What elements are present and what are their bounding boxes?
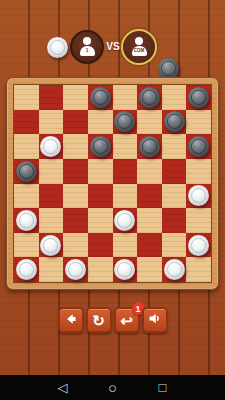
dark-checker[interactable] [90,136,111,157]
square-r4c0 [14,184,39,209]
square-r5c0[interactable] [14,208,39,233]
dark-checker[interactable] [139,136,160,157]
square-r1c4[interactable] [113,110,138,135]
square-r7c2[interactable] [63,257,88,282]
square-r2c7[interactable] [186,134,211,159]
square-r0c1[interactable] [39,85,64,110]
white-checker[interactable] [40,136,61,157]
square-r5c2[interactable] [63,208,88,233]
square-r3c4[interactable] [113,159,138,184]
square-r0c4 [113,85,138,110]
nav-recents-icon[interactable]: □ [157,381,169,394]
square-r6c5[interactable] [137,233,162,258]
square-r4c4 [113,184,138,209]
square-r3c7 [186,159,211,184]
restart-button[interactable]: ↻ [86,307,112,333]
person-icon: COM [131,37,147,57]
white-checker[interactable] [188,235,209,256]
square-r6c1[interactable] [39,233,64,258]
square-r5c4[interactable] [113,208,138,233]
square-r2c4 [113,134,138,159]
white-checker[interactable] [40,235,61,256]
player-right-avatar[interactable]: COM [121,29,157,65]
square-r4c2 [63,184,88,209]
square-r2c3[interactable] [88,134,113,159]
square-r0c6 [162,85,187,110]
square-r5c5 [137,208,162,233]
square-r6c4 [113,233,138,258]
dark-checker[interactable] [90,87,111,108]
dark-piece-indicator [158,58,179,79]
square-r4c7[interactable] [186,184,211,209]
square-r7c1 [39,257,64,282]
restart-icon: ↻ [92,313,105,328]
square-r6c0 [14,233,39,258]
nav-back-icon[interactable]: ◁ [57,381,69,394]
square-r2c0 [14,134,39,159]
square-r2c6 [162,134,187,159]
square-r7c7 [186,257,211,282]
square-r5c3 [88,208,113,233]
square-r6c3[interactable] [88,233,113,258]
back-arrow-icon [64,312,78,329]
board-grid [13,84,212,283]
square-r6c6 [162,233,187,258]
square-r5c6[interactable] [162,208,187,233]
square-r0c3[interactable] [88,85,113,110]
square-r1c1 [39,110,64,135]
square-r6c7[interactable] [186,233,211,258]
square-r3c2[interactable] [63,159,88,184]
person-icon: 1 [79,37,95,57]
checkers-board [6,77,219,290]
square-r1c3 [88,110,113,135]
square-r1c2[interactable] [63,110,88,135]
square-r2c1[interactable] [39,134,64,159]
square-r7c6[interactable] [162,257,187,282]
back-button[interactable] [58,307,84,333]
dark-checker[interactable] [139,87,160,108]
square-r0c2 [63,85,88,110]
square-r3c1 [39,159,64,184]
game-toolbar: ↻ ↩ 1 [0,307,225,333]
white-checker[interactable] [188,185,209,206]
square-r3c3 [88,159,113,184]
dark-checker[interactable] [164,111,185,132]
square-r7c5 [137,257,162,282]
white-checker[interactable] [164,259,185,280]
square-r4c6 [162,184,187,209]
square-r7c4[interactable] [113,257,138,282]
square-r1c6[interactable] [162,110,187,135]
square-r4c1[interactable] [39,184,64,209]
white-checker[interactable] [65,259,86,280]
speaker-icon [148,312,161,328]
square-r6c2 [63,233,88,258]
white-checker[interactable] [114,210,135,231]
square-r5c1 [39,208,64,233]
dark-checker[interactable] [188,136,209,157]
square-r0c7[interactable] [186,85,211,110]
square-r1c5 [137,110,162,135]
square-r7c3 [88,257,113,282]
dark-checker[interactable] [188,87,209,108]
square-r2c2 [63,134,88,159]
sound-button[interactable] [142,307,168,333]
square-r3c5 [137,159,162,184]
square-r1c7 [186,110,211,135]
undo-icon: ↩ [120,313,133,328]
square-r3c0[interactable] [14,159,39,184]
square-r4c3[interactable] [88,184,113,209]
square-r2c5[interactable] [137,134,162,159]
white-checker[interactable] [16,210,37,231]
dark-checker[interactable] [114,111,135,132]
square-r1c0[interactable] [14,110,39,135]
player-left-avatar[interactable]: 1 [70,30,104,64]
square-r4c5[interactable] [137,184,162,209]
square-r7c0[interactable] [14,257,39,282]
player-left-label: 1 [86,49,89,54]
square-r3c6[interactable] [162,159,187,184]
white-checker[interactable] [114,259,135,280]
player-right-label: COM [134,49,145,54]
square-r0c0 [14,85,39,110]
app-background: 1 VS COM ↻ ↩ 1 [0,0,225,400]
square-r0c5[interactable] [137,85,162,110]
nav-home-icon[interactable]: ○ [107,380,119,395]
android-nav-bar: ◁ ○ □ [0,375,225,400]
dark-checker[interactable] [16,161,37,182]
white-checker[interactable] [16,259,37,280]
white-piece-indicator [47,37,68,58]
square-r5c7 [186,208,211,233]
undo-button[interactable]: ↩ 1 [114,307,140,333]
vs-label: VS [104,41,122,52]
